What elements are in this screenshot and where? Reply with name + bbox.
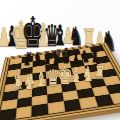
square-b1 bbox=[15, 106, 32, 119]
board-top bbox=[0, 42, 120, 120]
chess-board bbox=[0, 14, 119, 120]
board-squares bbox=[0, 45, 120, 120]
square-c1 bbox=[31, 103, 48, 116]
square-a1 bbox=[0, 108, 16, 120]
chess-set-photo: ♟♝♚♚♝♛♝♟♞♜♟♞ ♜♞♝♛♚♝♞♜♟♟♟♟♟♟♟♟♟♟♟♟♟♟♟♟♜♞♝… bbox=[0, 0, 120, 120]
square-d1 bbox=[47, 101, 64, 114]
square-e1 bbox=[63, 99, 81, 112]
